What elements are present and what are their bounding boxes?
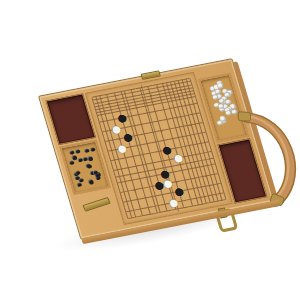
black-tray-stone [88, 179, 94, 184]
black-tray-stone [76, 182, 82, 187]
black-tray-stone [90, 147, 96, 152]
white-tray-stone [213, 95, 219, 100]
white-tray-stone [225, 99, 231, 104]
front-latch-plate [82, 197, 110, 212]
white-tray-stone [217, 83, 223, 88]
black-tray-stone [68, 150, 74, 155]
board-cell [223, 198, 228, 202]
black-tray-stone [87, 156, 93, 161]
go-travel-case: ●●●●●●●●●●● [38, 58, 275, 239]
case-interior: ●●●●●●●●●●● [46, 65, 268, 232]
black-tray-stone [77, 158, 83, 163]
white-tray-stone [215, 89, 221, 94]
black-tray-stone [69, 161, 75, 166]
photo-background: ●●●●●●●●●●● [0, 0, 300, 300]
handle-clip-top [238, 112, 250, 122]
black-tray-stone [84, 148, 90, 153]
black-tray-stone [74, 149, 80, 154]
